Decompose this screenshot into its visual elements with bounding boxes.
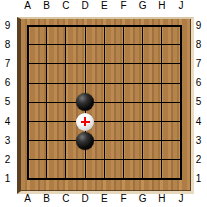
column-label-bottom: F: [117, 193, 131, 205]
column-label-top: D: [78, 0, 92, 11]
grid-line-horizontal: [27, 121, 183, 122]
column-label-top: C: [59, 0, 73, 11]
column-label-top: H: [155, 0, 169, 11]
row-label-left: 6: [0, 77, 15, 89]
grid-line-horizontal: [27, 102, 183, 103]
column-label-bottom: A: [21, 193, 35, 205]
row-label-right: 9: [191, 20, 206, 32]
black-stone-D3[interactable]: [76, 132, 94, 150]
row-label-left: 7: [0, 58, 15, 70]
row-label-right: 3: [191, 135, 206, 147]
grid-line-vertical: [161, 25, 162, 181]
row-label-left: 1: [0, 173, 15, 185]
row-label-right: 2: [191, 154, 206, 166]
column-label-top: G: [136, 0, 150, 11]
row-label-left: 8: [0, 39, 15, 51]
column-label-bottom: G: [136, 193, 150, 205]
column-label-bottom: C: [59, 193, 73, 205]
column-label-top: B: [40, 0, 54, 11]
row-label-left: 3: [0, 135, 15, 147]
marker-cross-vertical: [84, 117, 86, 126]
row-label-right: 6: [191, 77, 206, 89]
column-label-bottom: H: [155, 193, 169, 205]
column-label-bottom: B: [40, 193, 54, 205]
grid-line-vertical: [180, 25, 182, 181]
row-label-right: 1: [191, 173, 206, 185]
column-label-bottom: D: [78, 193, 92, 205]
row-label-right: 5: [191, 96, 206, 108]
row-label-left: 5: [0, 96, 15, 108]
column-label-top: A: [21, 0, 35, 11]
row-label-right: 4: [191, 116, 206, 128]
row-label-right: 8: [191, 39, 206, 51]
row-label-left: 9: [0, 20, 15, 32]
grid-line-horizontal: [27, 178, 183, 180]
white-stone-D4[interactable]: [76, 113, 94, 131]
grid-line-horizontal: [27, 140, 183, 141]
column-label-top: J: [174, 0, 188, 11]
grid-line-horizontal: [27, 159, 183, 160]
row-label-left: 4: [0, 116, 15, 128]
column-label-bottom: E: [97, 193, 111, 205]
row-label-left: 2: [0, 154, 15, 166]
column-label-top: F: [117, 0, 131, 11]
row-label-right: 7: [191, 58, 206, 70]
column-label-top: E: [97, 0, 111, 11]
column-label-bottom: J: [174, 193, 188, 205]
grid-line-vertical: [123, 25, 124, 181]
grid-line-vertical: [142, 25, 143, 181]
go-diagram: AABBCCDDEEFFGGHHJJ998877665544332211: [0, 0, 207, 207]
